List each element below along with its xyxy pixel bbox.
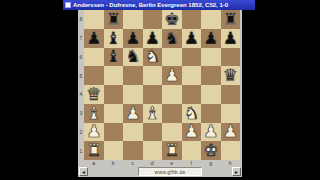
square-a2: ♟ <box>84 123 104 142</box>
white-king: ♚ <box>203 142 218 159</box>
app-icon <box>65 2 71 8</box>
next-move-button[interactable]: ► <box>232 167 241 176</box>
white-knight: ♞ <box>145 48 160 65</box>
square-d1 <box>143 141 163 160</box>
black-knight: ♞ <box>164 30 179 47</box>
square-e6 <box>162 48 182 67</box>
square-a8 <box>84 10 104 29</box>
square-h6 <box>221 48 241 67</box>
square-c7: ♟ <box>123 29 143 48</box>
white-pawn: ♟ <box>125 105 140 122</box>
square-e3 <box>162 104 182 123</box>
square-a5 <box>84 66 104 85</box>
board-right-edge <box>240 10 242 160</box>
square-b5 <box>104 66 124 85</box>
video-frame: Anderssen - Dufresne, Berlin Evergreen 1… <box>0 0 320 180</box>
square-b8: ♜ <box>104 10 124 29</box>
square-d2 <box>143 123 163 142</box>
square-f3: ♞ <box>182 104 202 123</box>
square-f6 <box>182 48 202 67</box>
white-pawn: ♟ <box>184 123 199 140</box>
square-e2 <box>162 123 182 142</box>
black-rook: ♜ <box>223 11 238 28</box>
black-pawn: ♟ <box>184 30 199 47</box>
square-e1: ♜ <box>162 141 182 160</box>
black-knight: ♞ <box>125 48 140 65</box>
square-c1 <box>123 141 143 160</box>
square-g8 <box>201 10 221 29</box>
chess-board: ♜♚♜♟♝♟♟♞♟♟♟♝♞♞♟♛♛♝♟♝♞♟♟♟♟♜♜♚ <box>84 10 240 160</box>
square-g3 <box>201 104 221 123</box>
black-pawn: ♟ <box>203 30 218 47</box>
black-pawn: ♟ <box>145 30 160 47</box>
square-h3 <box>221 104 241 123</box>
white-bishop: ♝ <box>86 105 101 122</box>
white-bishop: ♝ <box>145 105 160 122</box>
square-d6: ♞ <box>143 48 163 67</box>
square-b3 <box>104 104 124 123</box>
square-e7: ♞ <box>162 29 182 48</box>
square-d3: ♝ <box>143 104 163 123</box>
white-knight: ♞ <box>184 105 199 122</box>
square-d5 <box>143 66 163 85</box>
black-pawn: ♟ <box>86 30 101 47</box>
square-h4 <box>221 85 241 104</box>
square-a1: ♜ <box>84 141 104 160</box>
square-c4 <box>123 85 143 104</box>
square-b7: ♝ <box>104 29 124 48</box>
nav-bar: ◄ www.gfhb.de ► <box>78 166 242 177</box>
black-queen: ♛ <box>223 67 238 84</box>
square-h7: ♟ <box>221 29 241 48</box>
square-c3: ♟ <box>123 104 143 123</box>
square-a3: ♝ <box>84 104 104 123</box>
square-f5 <box>182 66 202 85</box>
square-d8 <box>143 10 163 29</box>
square-g1: ♚ <box>201 141 221 160</box>
square-a7: ♟ <box>84 29 104 48</box>
square-e8: ♚ <box>162 10 182 29</box>
square-c6: ♞ <box>123 48 143 67</box>
black-pawn: ♟ <box>125 30 140 47</box>
square-h2: ♟ <box>221 123 241 142</box>
window-title: Anderssen - Dufresne, Berlin Evergreen 1… <box>73 0 228 10</box>
black-king: ♚ <box>164 11 179 28</box>
square-f4 <box>182 85 202 104</box>
square-f8 <box>182 10 202 29</box>
white-pawn: ♟ <box>223 123 238 140</box>
square-f7: ♟ <box>182 29 202 48</box>
square-a4: ♛ <box>84 85 104 104</box>
website-link-button[interactable]: www.gfhb.de <box>138 167 202 176</box>
square-b6: ♝ <box>104 48 124 67</box>
square-f1 <box>182 141 202 160</box>
black-bishop: ♝ <box>106 30 121 47</box>
square-c2 <box>123 123 143 142</box>
window-title-bar: Anderssen - Dufresne, Berlin Evergreen 1… <box>63 0 255 10</box>
black-bishop: ♝ <box>106 48 121 65</box>
square-h1 <box>221 141 241 160</box>
white-pawn: ♟ <box>203 123 218 140</box>
square-g7: ♟ <box>201 29 221 48</box>
white-pawn: ♟ <box>164 67 179 84</box>
square-f2: ♟ <box>182 123 202 142</box>
square-e5: ♟ <box>162 66 182 85</box>
square-h5: ♛ <box>221 66 241 85</box>
white-pawn: ♟ <box>86 123 101 140</box>
square-g4 <box>201 85 221 104</box>
square-c5 <box>123 66 143 85</box>
square-c8 <box>123 10 143 29</box>
square-b1 <box>104 141 124 160</box>
black-pawn: ♟ <box>223 30 238 47</box>
square-e4 <box>162 85 182 104</box>
white-queen: ♛ <box>86 86 101 103</box>
white-rook: ♜ <box>86 142 101 159</box>
white-rook: ♜ <box>164 142 179 159</box>
square-g2: ♟ <box>201 123 221 142</box>
square-h8: ♜ <box>221 10 241 29</box>
black-rook: ♜ <box>106 11 121 28</box>
square-b4 <box>104 85 124 104</box>
square-g5 <box>201 66 221 85</box>
square-d4 <box>143 85 163 104</box>
square-g6 <box>201 48 221 67</box>
previous-move-button[interactable]: ◄ <box>79 167 88 176</box>
square-b2 <box>104 123 124 142</box>
square-d7: ♟ <box>143 29 163 48</box>
square-a6 <box>84 48 104 67</box>
